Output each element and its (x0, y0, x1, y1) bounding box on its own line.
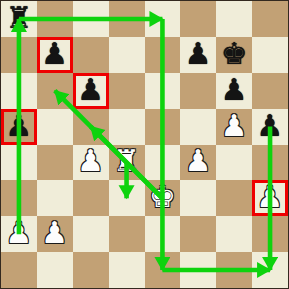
square-d8[interactable] (109, 1, 145, 37)
square-d4[interactable]: ♜ (109, 145, 145, 181)
white-king: ♚ (149, 182, 176, 212)
square-h7[interactable] (252, 37, 288, 73)
square-f4[interactable]: ♟ (180, 145, 216, 181)
square-h3[interactable]: ♟ (252, 180, 288, 216)
square-d3[interactable] (109, 180, 145, 216)
black-pawn: ♟ (221, 75, 248, 105)
square-d6[interactable] (109, 73, 145, 109)
square-g4[interactable] (216, 145, 252, 181)
square-c2[interactable] (73, 216, 109, 252)
white-pawn: ♟ (41, 218, 68, 248)
square-a6[interactable] (1, 73, 37, 109)
white-pawn: ♟ (185, 146, 212, 176)
white-pawn: ♟ (77, 146, 104, 176)
black-pawn: ♟ (185, 39, 212, 69)
square-f7[interactable]: ♟ (180, 37, 216, 73)
square-h8[interactable] (252, 1, 288, 37)
square-a8[interactable]: ♜ (1, 1, 37, 37)
square-h6[interactable] (252, 73, 288, 109)
square-d2[interactable] (109, 216, 145, 252)
black-pawn: ♟ (5, 111, 32, 141)
chess-board: ♜♟♟♚♟♟♟♟♟♟♜♟♚♟♟♟ (0, 0, 289, 289)
square-a1[interactable] (1, 252, 37, 288)
square-g2[interactable] (216, 216, 252, 252)
square-c3[interactable] (73, 180, 109, 216)
square-e7[interactable] (145, 37, 181, 73)
board-squares: ♜♟♟♚♟♟♟♟♟♟♜♟♚♟♟♟ (1, 1, 288, 288)
square-e5[interactable] (145, 109, 181, 145)
square-f6[interactable] (180, 73, 216, 109)
square-b5[interactable] (37, 109, 73, 145)
square-d7[interactable] (109, 37, 145, 73)
square-h5[interactable]: ♟ (252, 109, 288, 145)
square-h1[interactable] (252, 252, 288, 288)
square-d5[interactable] (109, 109, 145, 145)
square-b3[interactable] (37, 180, 73, 216)
square-b1[interactable] (37, 252, 73, 288)
square-a2[interactable]: ♟ (1, 216, 37, 252)
square-a3[interactable] (1, 180, 37, 216)
square-c6[interactable]: ♟ (73, 73, 109, 109)
square-g3[interactable] (216, 180, 252, 216)
square-f5[interactable] (180, 109, 216, 145)
square-h2[interactable] (252, 216, 288, 252)
square-c4[interactable]: ♟ (73, 145, 109, 181)
square-g1[interactable] (216, 252, 252, 288)
square-e4[interactable] (145, 145, 181, 181)
black-pawn: ♟ (257, 111, 284, 141)
white-pawn: ♟ (5, 218, 32, 248)
square-a4[interactable] (1, 145, 37, 181)
white-pawn: ♟ (221, 111, 248, 141)
square-f3[interactable] (180, 180, 216, 216)
black-king: ♚ (221, 39, 248, 69)
square-e2[interactable] (145, 216, 181, 252)
square-b6[interactable] (37, 73, 73, 109)
square-e6[interactable] (145, 73, 181, 109)
square-e3[interactable]: ♚ (145, 180, 181, 216)
square-b4[interactable] (37, 145, 73, 181)
square-f1[interactable] (180, 252, 216, 288)
square-d1[interactable] (109, 252, 145, 288)
square-e1[interactable] (145, 252, 181, 288)
square-f8[interactable] (180, 1, 216, 37)
square-b2[interactable]: ♟ (37, 216, 73, 252)
white-rook: ♜ (113, 146, 140, 176)
square-c8[interactable] (73, 1, 109, 37)
square-b8[interactable] (37, 1, 73, 37)
square-c5[interactable] (73, 109, 109, 145)
square-h4[interactable] (252, 145, 288, 181)
square-b7[interactable]: ♟ (37, 37, 73, 73)
white-pawn: ♟ (257, 182, 284, 212)
square-a5[interactable]: ♟ (1, 109, 37, 145)
square-c1[interactable] (73, 252, 109, 288)
square-g7[interactable]: ♚ (216, 37, 252, 73)
square-g5[interactable]: ♟ (216, 109, 252, 145)
square-e8[interactable] (145, 1, 181, 37)
square-g6[interactable]: ♟ (216, 73, 252, 109)
square-g8[interactable] (216, 1, 252, 37)
square-f2[interactable] (180, 216, 216, 252)
black-pawn: ♟ (41, 39, 68, 69)
black-pawn: ♟ (77, 75, 104, 105)
square-a7[interactable] (1, 37, 37, 73)
black-rook: ♜ (5, 3, 32, 33)
square-c7[interactable] (73, 37, 109, 73)
